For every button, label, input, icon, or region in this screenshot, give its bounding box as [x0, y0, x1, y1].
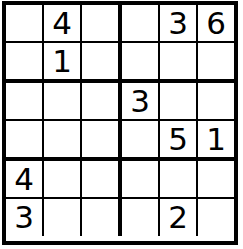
- cell-r2c4[interactable]: [122, 43, 160, 83]
- cell-r5c4[interactable]: [122, 161, 160, 199]
- cell-r5c6[interactable]: [198, 161, 234, 199]
- cell-r2c3[interactable]: [82, 43, 122, 83]
- cell-r4c4[interactable]: [122, 121, 160, 161]
- cell-r4c6[interactable]: 1: [198, 121, 234, 161]
- sudoku-board: 4361351432: [2, 1, 238, 245]
- cell-r6c4[interactable]: [122, 199, 160, 236]
- cell-r3c5[interactable]: [160, 83, 198, 121]
- cell-r3c4[interactable]: 3: [122, 83, 160, 121]
- cell-r3c3[interactable]: [82, 83, 122, 121]
- cell-r1c4[interactable]: [122, 5, 160, 43]
- cell-r1c2[interactable]: 4: [44, 5, 82, 43]
- cell-r1c6[interactable]: 6: [198, 5, 234, 43]
- cell-r1c1[interactable]: [6, 5, 44, 43]
- cell-r3c6[interactable]: [198, 83, 234, 121]
- cell-r5c3[interactable]: [82, 161, 122, 199]
- cell-r6c2[interactable]: [44, 199, 82, 236]
- cell-r5c1[interactable]: 4: [6, 161, 44, 199]
- cell-r3c1[interactable]: [6, 83, 44, 121]
- cell-r6c6[interactable]: [198, 199, 234, 236]
- cell-r6c1[interactable]: 3: [6, 199, 44, 236]
- cell-r3c2[interactable]: [44, 83, 82, 121]
- cell-r2c6[interactable]: [198, 43, 234, 83]
- cell-r5c5[interactable]: [160, 161, 198, 199]
- cell-r1c5[interactable]: 3: [160, 5, 198, 43]
- cell-r4c3[interactable]: [82, 121, 122, 161]
- cell-r6c5[interactable]: 2: [160, 199, 198, 236]
- cell-r6c3[interactable]: [82, 199, 122, 236]
- cell-r2c1[interactable]: [6, 43, 44, 83]
- cell-r5c2[interactable]: [44, 161, 82, 199]
- cell-r2c5[interactable]: [160, 43, 198, 83]
- cell-r4c2[interactable]: [44, 121, 82, 161]
- cell-r2c2[interactable]: 1: [44, 43, 82, 83]
- cell-r4c1[interactable]: [6, 121, 44, 161]
- cell-r1c3[interactable]: [82, 5, 122, 43]
- cell-r4c5[interactable]: 5: [160, 121, 198, 161]
